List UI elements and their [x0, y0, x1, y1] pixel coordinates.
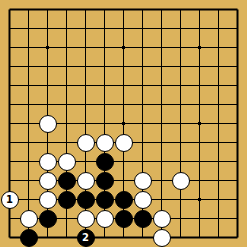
- board-cell-H2: [133, 209, 152, 228]
- board-cell-L10: [190, 57, 209, 76]
- board-cell-K4: [171, 171, 190, 190]
- board-cell-J2: [152, 209, 171, 228]
- board-cell-G10: [114, 57, 133, 76]
- board-cell-L12: [190, 19, 209, 38]
- board-cell-J10: [152, 57, 171, 76]
- board-cell-C13: [38, 0, 57, 19]
- board-cell-C4: [38, 171, 57, 190]
- board-cell-L6: [190, 133, 209, 152]
- board-cell-A12: [0, 19, 19, 38]
- board-cell-K9: [171, 76, 190, 95]
- board-cell-A11: [0, 38, 19, 57]
- black-stone: 2: [77, 229, 95, 247]
- white-stone: [115, 134, 133, 152]
- board-cell-J6: [152, 133, 171, 152]
- board-cell-J7: [152, 114, 171, 133]
- board-cell-F12: [95, 19, 114, 38]
- board-cell-E3: [76, 190, 95, 209]
- board-cell-G11: [114, 38, 133, 57]
- black-stone: [115, 210, 133, 228]
- board-cell-K11: [171, 38, 190, 57]
- board-cell-N3: [228, 190, 247, 209]
- board-cell-F9: [95, 76, 114, 95]
- board-cell-L4: [190, 171, 209, 190]
- board-cell-M4: [209, 171, 228, 190]
- board-cell-B9: [19, 76, 38, 95]
- board-cell-M9: [209, 76, 228, 95]
- board-cell-L5: [190, 152, 209, 171]
- board-cell-M11: [209, 38, 228, 57]
- white-stone: [20, 210, 38, 228]
- board-cell-B8: [19, 95, 38, 114]
- board-cell-N7: [228, 114, 247, 133]
- board-cell-N4: [228, 171, 247, 190]
- board-cell-D10: [57, 57, 76, 76]
- go-board-diagram: 12: [0, 0, 247, 247]
- board-cell-J11: [152, 38, 171, 57]
- board-cell-A6: [0, 133, 19, 152]
- board-cell-E5: [76, 152, 95, 171]
- board-cell-A10: [0, 57, 19, 76]
- board-cell-M3: [209, 190, 228, 209]
- board-cell-F10: [95, 57, 114, 76]
- board-cell-H9: [133, 76, 152, 95]
- board-cell-L7: [190, 114, 209, 133]
- board-cell-C8: [38, 95, 57, 114]
- board-cell-H1: [133, 228, 152, 247]
- board-cell-E13: [76, 0, 95, 19]
- board-cell-B1: [19, 228, 38, 247]
- board-cell-J9: [152, 76, 171, 95]
- board-cell-G9: [114, 76, 133, 95]
- board-cell-J13: [152, 0, 171, 19]
- board-cell-D9: [57, 76, 76, 95]
- board-cell-H10: [133, 57, 152, 76]
- board-cell-F13: [95, 0, 114, 19]
- white-stone: [77, 210, 95, 228]
- white-stone: [77, 172, 95, 190]
- board-cell-M1: [209, 228, 228, 247]
- board-cell-G12: [114, 19, 133, 38]
- board-cell-G5: [114, 152, 133, 171]
- board-cell-D13: [57, 0, 76, 19]
- board-cell-B2: [19, 209, 38, 228]
- board-cell-J8: [152, 95, 171, 114]
- board-cell-G7: [114, 114, 133, 133]
- board-cell-C1: [38, 228, 57, 247]
- board-cell-B4: [19, 171, 38, 190]
- board-cell-D8: [57, 95, 76, 114]
- white-stone: [172, 172, 190, 190]
- black-stone: [77, 191, 95, 209]
- board-cell-A5: [0, 152, 19, 171]
- board-cell-N12: [228, 19, 247, 38]
- board-cell-G8: [114, 95, 133, 114]
- black-stone: [134, 210, 152, 228]
- board-cell-J1: [152, 228, 171, 247]
- white-stone: [39, 115, 57, 133]
- board-cell-F1: [95, 228, 114, 247]
- black-stone: [58, 191, 76, 209]
- board-cell-B11: [19, 38, 38, 57]
- white-stone: [96, 134, 114, 152]
- black-stone: [58, 172, 76, 190]
- white-stone: [39, 172, 57, 190]
- board-cell-F2: [95, 209, 114, 228]
- board-cell-H5: [133, 152, 152, 171]
- board-cell-G2: [114, 209, 133, 228]
- board-cell-B3: [19, 190, 38, 209]
- board-cell-B6: [19, 133, 38, 152]
- board-cell-N1: [228, 228, 247, 247]
- board-cell-C9: [38, 76, 57, 95]
- board-cell-E7: [76, 114, 95, 133]
- white-stone: [153, 229, 171, 247]
- board-cell-H12: [133, 19, 152, 38]
- board-cell-B7: [19, 114, 38, 133]
- board-cell-J4: [152, 171, 171, 190]
- board-cell-A1: [0, 228, 19, 247]
- board-cell-N5: [228, 152, 247, 171]
- board-cell-K8: [171, 95, 190, 114]
- board-cell-E4: [76, 171, 95, 190]
- move-number-label: 1: [6, 195, 13, 205]
- board-cell-J5: [152, 152, 171, 171]
- move-number-label: 2: [82, 233, 89, 243]
- board-cell-C10: [38, 57, 57, 76]
- board-cell-L13: [190, 0, 209, 19]
- board-cell-L8: [190, 95, 209, 114]
- white-stone: 1: [1, 191, 19, 209]
- board-cell-C5: [38, 152, 57, 171]
- board-cell-E1: 2: [76, 228, 95, 247]
- black-stone: [96, 191, 114, 209]
- board-cell-D3: [57, 190, 76, 209]
- board-cell-G6: [114, 133, 133, 152]
- board-cell-F7: [95, 114, 114, 133]
- board-cell-L1: [190, 228, 209, 247]
- board-cell-N13: [228, 0, 247, 19]
- board-cell-D6: [57, 133, 76, 152]
- board-cell-D12: [57, 19, 76, 38]
- board-cell-B5: [19, 152, 38, 171]
- board-cell-M5: [209, 152, 228, 171]
- board-cell-F3: [95, 190, 114, 209]
- board-cell-E12: [76, 19, 95, 38]
- board-cell-B10: [19, 57, 38, 76]
- black-stone: [115, 191, 133, 209]
- board-cell-N9: [228, 76, 247, 95]
- board-cell-H11: [133, 38, 152, 57]
- board-cell-H3: [133, 190, 152, 209]
- board-cell-J12: [152, 19, 171, 38]
- board-cell-H8: [133, 95, 152, 114]
- board-cell-N2: [228, 209, 247, 228]
- board-cell-N6: [228, 133, 247, 152]
- white-stone: [134, 191, 152, 209]
- board-cell-M8: [209, 95, 228, 114]
- board-cell-N11: [228, 38, 247, 57]
- board-cell-E2: [76, 209, 95, 228]
- board-cell-N10: [228, 57, 247, 76]
- board-cell-H6: [133, 133, 152, 152]
- white-stone: [134, 172, 152, 190]
- board-cell-A7: [0, 114, 19, 133]
- board-cell-K5: [171, 152, 190, 171]
- board-cell-E6: [76, 133, 95, 152]
- white-stone: [39, 191, 57, 209]
- board-cell-L9: [190, 76, 209, 95]
- board-cell-A13: [0, 0, 19, 19]
- board-cell-K2: [171, 209, 190, 228]
- board-cell-F6: [95, 133, 114, 152]
- board-cell-M7: [209, 114, 228, 133]
- board-cell-E11: [76, 38, 95, 57]
- board-cell-J3: [152, 190, 171, 209]
- board-cell-D1: [57, 228, 76, 247]
- board-cell-L11: [190, 38, 209, 57]
- board-cell-C2: [38, 209, 57, 228]
- board-cell-D2: [57, 209, 76, 228]
- board-cell-F8: [95, 95, 114, 114]
- board-cell-C12: [38, 19, 57, 38]
- white-stone: [77, 134, 95, 152]
- board-cell-E8: [76, 95, 95, 114]
- white-stone: [96, 210, 114, 228]
- board-cell-G1: [114, 228, 133, 247]
- board-cell-E10: [76, 57, 95, 76]
- board-cell-M12: [209, 19, 228, 38]
- board-cell-G13: [114, 0, 133, 19]
- board-cell-B13: [19, 0, 38, 19]
- board-cell-H7: [133, 114, 152, 133]
- white-stone: [153, 210, 171, 228]
- board-cell-C7: [38, 114, 57, 133]
- white-stone: [58, 153, 76, 171]
- board-cell-A3: 1: [0, 190, 19, 209]
- board-cell-F4: [95, 171, 114, 190]
- board-cell-D7: [57, 114, 76, 133]
- board-cell-G4: [114, 171, 133, 190]
- black-stone: [39, 210, 57, 228]
- board-cell-K1: [171, 228, 190, 247]
- board-cell-A4: [0, 171, 19, 190]
- black-stone: [20, 229, 38, 247]
- black-stone: [96, 153, 114, 171]
- white-stone: [39, 153, 57, 171]
- board-cell-A9: [0, 76, 19, 95]
- board-cell-N8: [228, 95, 247, 114]
- board-cell-M10: [209, 57, 228, 76]
- go-board: 12: [0, 0, 247, 247]
- board-cell-C11: [38, 38, 57, 57]
- board-cell-K3: [171, 190, 190, 209]
- board-cell-H4: [133, 171, 152, 190]
- board-cell-D4: [57, 171, 76, 190]
- board-cell-A8: [0, 95, 19, 114]
- board-cell-L2: [190, 209, 209, 228]
- board-cell-K7: [171, 114, 190, 133]
- board-cell-H13: [133, 0, 152, 19]
- board-cell-A2: [0, 209, 19, 228]
- board-cell-C6: [38, 133, 57, 152]
- board-cell-D11: [57, 38, 76, 57]
- board-cell-M13: [209, 0, 228, 19]
- board-cell-C3: [38, 190, 57, 209]
- black-stone: [96, 172, 114, 190]
- board-cell-L3: [190, 190, 209, 209]
- board-cell-F5: [95, 152, 114, 171]
- board-cell-M2: [209, 209, 228, 228]
- board-cell-M6: [209, 133, 228, 152]
- board-cell-D5: [57, 152, 76, 171]
- board-cell-K12: [171, 19, 190, 38]
- board-cell-G3: [114, 190, 133, 209]
- board-cell-K13: [171, 0, 190, 19]
- board-cell-E9: [76, 76, 95, 95]
- board-cell-K6: [171, 133, 190, 152]
- board-cell-B12: [19, 19, 38, 38]
- board-cell-K10: [171, 57, 190, 76]
- board-cell-F11: [95, 38, 114, 57]
